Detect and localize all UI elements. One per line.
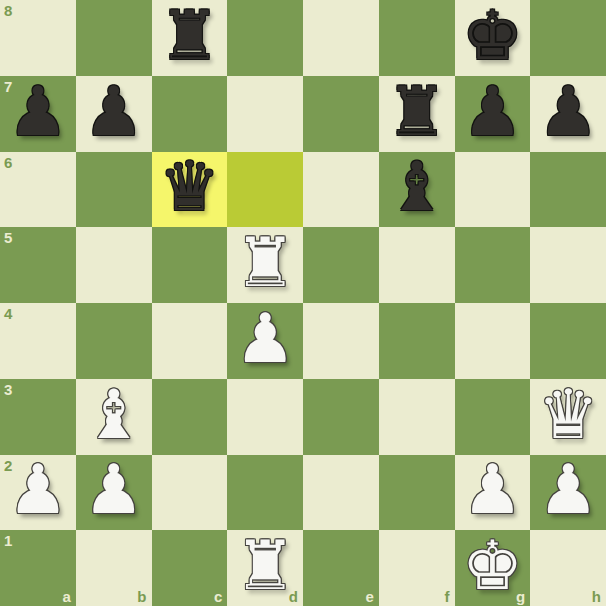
- square-a3[interactable]: 3: [0, 379, 76, 455]
- square-a1[interactable]: 1a: [0, 530, 76, 606]
- coord-file-a: a: [62, 589, 70, 604]
- white-rook[interactable]: ♜: [235, 229, 296, 297]
- square-a4[interactable]: 4: [0, 303, 76, 379]
- coord-rank-5: 5: [4, 230, 12, 245]
- square-a6[interactable]: 6: [0, 152, 76, 228]
- coord-file-h: h: [592, 589, 601, 604]
- white-pawn[interactable]: ♟: [83, 456, 144, 524]
- square-b7[interactable]: ♟: [76, 76, 152, 152]
- square-e7[interactable]: [303, 76, 379, 152]
- square-c1[interactable]: c: [152, 530, 228, 606]
- square-f8[interactable]: [379, 0, 455, 76]
- square-f4[interactable]: [379, 303, 455, 379]
- square-e1[interactable]: e: [303, 530, 379, 606]
- square-a8[interactable]: 8: [0, 0, 76, 76]
- coord-rank-3: 3: [4, 382, 12, 397]
- square-e4[interactable]: [303, 303, 379, 379]
- white-king[interactable]: ♚: [462, 532, 523, 600]
- square-f5[interactable]: [379, 227, 455, 303]
- square-h6[interactable]: [530, 152, 606, 228]
- black-pawn[interactable]: ♟: [83, 78, 144, 146]
- white-pawn[interactable]: ♟: [462, 456, 523, 524]
- square-h2[interactable]: ♟: [530, 455, 606, 531]
- square-g1[interactable]: g♚: [455, 530, 531, 606]
- square-f3[interactable]: [379, 379, 455, 455]
- white-pawn[interactable]: ♟: [7, 456, 68, 524]
- square-f7[interactable]: ♜: [379, 76, 455, 152]
- white-queen[interactable]: ♛: [538, 381, 599, 449]
- square-e2[interactable]: [303, 455, 379, 531]
- square-g5[interactable]: [455, 227, 531, 303]
- square-d3[interactable]: [227, 379, 303, 455]
- white-bishop[interactable]: ♝: [83, 381, 144, 449]
- square-f6[interactable]: ♝: [379, 152, 455, 228]
- square-g2[interactable]: ♟: [455, 455, 531, 531]
- square-b8[interactable]: [76, 0, 152, 76]
- square-h1[interactable]: h: [530, 530, 606, 606]
- white-pawn[interactable]: ♟: [235, 305, 296, 373]
- square-e5[interactable]: [303, 227, 379, 303]
- square-g3[interactable]: [455, 379, 531, 455]
- square-g8[interactable]: ♚: [455, 0, 531, 76]
- black-bishop[interactable]: ♝: [386, 153, 447, 221]
- black-pawn[interactable]: ♟: [538, 78, 599, 146]
- square-a5[interactable]: 5: [0, 227, 76, 303]
- square-e3[interactable]: [303, 379, 379, 455]
- square-g4[interactable]: [455, 303, 531, 379]
- square-e6[interactable]: [303, 152, 379, 228]
- square-b1[interactable]: b: [76, 530, 152, 606]
- coord-rank-4: 4: [4, 306, 12, 321]
- square-b2[interactable]: ♟: [76, 455, 152, 531]
- black-queen[interactable]: ♛: [159, 153, 220, 221]
- square-a2[interactable]: 2♟: [0, 455, 76, 531]
- square-d7[interactable]: [227, 76, 303, 152]
- square-h5[interactable]: [530, 227, 606, 303]
- square-c8[interactable]: ♜: [152, 0, 228, 76]
- coord-file-c: c: [214, 589, 222, 604]
- square-c2[interactable]: [152, 455, 228, 531]
- square-b3[interactable]: ♝: [76, 379, 152, 455]
- square-c5[interactable]: [152, 227, 228, 303]
- square-a7[interactable]: 7♟: [0, 76, 76, 152]
- square-h3[interactable]: ♛: [530, 379, 606, 455]
- square-c6[interactable]: ♛: [152, 152, 228, 228]
- coord-file-e: e: [365, 589, 373, 604]
- square-c4[interactable]: [152, 303, 228, 379]
- chess-board: 8♜♚7♟♟♜♟♟6♛♝5♜4♟3♝♛2♟♟♟♟1abcd♜efg♚h: [0, 0, 606, 606]
- square-f2[interactable]: [379, 455, 455, 531]
- square-b5[interactable]: [76, 227, 152, 303]
- white-rook[interactable]: ♜: [235, 532, 296, 600]
- coord-file-f: f: [445, 589, 450, 604]
- white-pawn[interactable]: ♟: [538, 456, 599, 524]
- square-b6[interactable]: [76, 152, 152, 228]
- square-d5[interactable]: ♜: [227, 227, 303, 303]
- square-g6[interactable]: [455, 152, 531, 228]
- square-f1[interactable]: f: [379, 530, 455, 606]
- square-d6[interactable]: [227, 152, 303, 228]
- coord-rank-8: 8: [4, 3, 12, 18]
- black-king[interactable]: ♚: [462, 2, 523, 70]
- square-h4[interactable]: [530, 303, 606, 379]
- black-pawn[interactable]: ♟: [7, 78, 68, 146]
- square-d2[interactable]: [227, 455, 303, 531]
- coord-rank-6: 6: [4, 155, 12, 170]
- square-d4[interactable]: ♟: [227, 303, 303, 379]
- square-h7[interactable]: ♟: [530, 76, 606, 152]
- square-b4[interactable]: [76, 303, 152, 379]
- square-c7[interactable]: [152, 76, 228, 152]
- coord-file-b: b: [137, 589, 146, 604]
- square-e8[interactable]: [303, 0, 379, 76]
- square-d8[interactable]: [227, 0, 303, 76]
- square-d1[interactable]: d♜: [227, 530, 303, 606]
- black-pawn[interactable]: ♟: [462, 78, 523, 146]
- black-rook[interactable]: ♜: [386, 78, 447, 146]
- coord-rank-1: 1: [4, 533, 12, 548]
- square-h8[interactable]: [530, 0, 606, 76]
- square-c3[interactable]: [152, 379, 228, 455]
- black-rook[interactable]: ♜: [159, 2, 220, 70]
- square-g7[interactable]: ♟: [455, 76, 531, 152]
